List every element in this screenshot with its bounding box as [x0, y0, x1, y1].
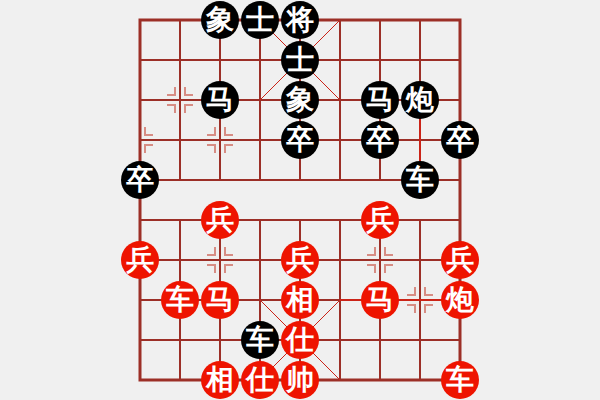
piece-red-horse[interactable]: 马 [201, 281, 239, 319]
piece-black-soldier[interactable]: 卒 [441, 121, 479, 159]
piece-black-elephant[interactable]: 象 [201, 1, 239, 39]
piece-red-advisor[interactable]: 仕 [281, 321, 319, 359]
piece-red-horse[interactable]: 马 [361, 281, 399, 319]
piece-black-advisor[interactable]: 士 [281, 41, 319, 79]
piece-black-soldier[interactable]: 卒 [361, 121, 399, 159]
piece-red-soldier[interactable]: 兵 [121, 241, 159, 279]
piece-black-soldier[interactable]: 卒 [121, 161, 159, 199]
piece-red-soldier[interactable]: 兵 [281, 241, 319, 279]
piece-black-advisor[interactable]: 士 [241, 1, 279, 39]
piece-black-soldier[interactable]: 卒 [281, 121, 319, 159]
piece-red-chariot[interactable]: 车 [441, 361, 479, 399]
piece-black-chariot[interactable]: 车 [401, 161, 439, 199]
piece-red-soldier[interactable]: 兵 [441, 241, 479, 279]
piece-black-cannon[interactable]: 炮 [401, 81, 439, 119]
piece-black-chariot[interactable]: 车 [241, 321, 279, 359]
piece-red-elephant[interactable]: 相 [201, 361, 239, 399]
piece-red-soldier[interactable]: 兵 [361, 201, 399, 239]
pieces-layer: 象士将士马象马炮卒卒卒卒车车兵兵兵兵兵车马相马炮仕相仕帅车 [0, 0, 600, 400]
piece-red-advisor[interactable]: 仕 [241, 361, 279, 399]
piece-black-horse[interactable]: 马 [201, 81, 239, 119]
piece-red-cannon[interactable]: 炮 [441, 281, 479, 319]
piece-black-elephant[interactable]: 象 [281, 81, 319, 119]
piece-red-chariot[interactable]: 车 [161, 281, 199, 319]
piece-red-elephant[interactable]: 相 [281, 281, 319, 319]
piece-black-horse[interactable]: 马 [361, 81, 399, 119]
piece-red-soldier[interactable]: 兵 [201, 201, 239, 239]
xiangqi-board-screen: 象士将士马象马炮卒卒卒卒车车兵兵兵兵兵车马相马炮仕相仕帅车 [0, 0, 600, 400]
piece-black-general[interactable]: 将 [281, 1, 319, 39]
piece-red-general[interactable]: 帅 [281, 361, 319, 399]
